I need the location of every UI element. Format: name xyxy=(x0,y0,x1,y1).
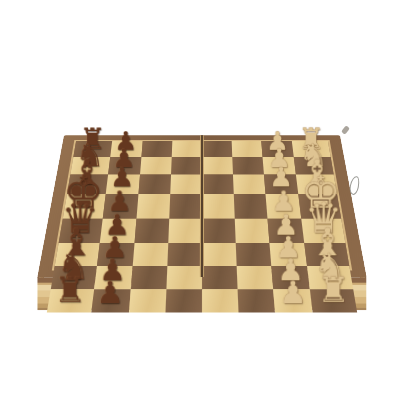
product-photo-scene: ♜♟♟♜♞♟♟♞♝♟♟♝♚♟♟♚♛♟♟♛♝♟♟♝♞♟♟♞♜♟♟♜ xyxy=(0,0,400,400)
square: ♟ xyxy=(111,141,143,157)
square: ♝ xyxy=(295,175,337,194)
square: ♛ xyxy=(59,219,104,243)
piece-light-bishop: ♝ xyxy=(310,224,344,262)
piece-dark-pawn: ♟ xyxy=(115,128,138,153)
square: ♟ xyxy=(92,289,131,312)
square xyxy=(232,157,264,175)
square xyxy=(170,175,202,194)
square: ♜ xyxy=(291,141,330,157)
square: ♟ xyxy=(272,266,310,289)
square xyxy=(202,219,236,243)
square xyxy=(129,289,167,312)
square: ♟ xyxy=(100,219,136,243)
square xyxy=(167,243,202,266)
square: ♞ xyxy=(293,157,333,175)
square xyxy=(141,141,172,157)
square xyxy=(238,289,276,312)
piece-dark-pawn: ♟ xyxy=(100,255,127,285)
square xyxy=(172,141,202,157)
square xyxy=(130,266,167,289)
square xyxy=(202,141,232,157)
square: ♟ xyxy=(270,243,307,266)
square: ♛ xyxy=(301,219,346,243)
square xyxy=(234,194,268,219)
square xyxy=(166,266,202,289)
square: ♚ xyxy=(298,194,341,219)
square xyxy=(202,175,234,194)
square xyxy=(202,289,239,312)
square: ♟ xyxy=(264,175,298,194)
square: ♟ xyxy=(97,243,134,266)
square: ♝ xyxy=(55,243,101,266)
square: ♜ xyxy=(309,289,357,312)
square xyxy=(202,266,238,289)
square: ♟ xyxy=(106,175,139,194)
square xyxy=(136,194,170,219)
square xyxy=(233,175,266,194)
board-stage: ♜♟♟♜♞♟♟♞♝♟♟♝♚♟♟♚♛♟♟♛♝♟♟♝♞♟♟♞♜♟♟♜ xyxy=(52,50,352,350)
square: ♚ xyxy=(63,194,106,219)
square xyxy=(171,157,202,175)
square: ♜ xyxy=(73,141,112,157)
folding-chess-box: ♜♟♟♜♞♟♟♞♝♟♟♝♚♟♟♚♛♟♟♛♝♟♟♝♞♟♟♞♜♟♟♜ xyxy=(37,135,366,277)
square: ♟ xyxy=(274,289,313,312)
square xyxy=(235,219,270,243)
square xyxy=(138,175,171,194)
square: ♟ xyxy=(262,141,294,157)
square xyxy=(140,157,172,175)
square: ♟ xyxy=(95,266,133,289)
square: ♟ xyxy=(266,194,301,219)
square xyxy=(236,243,272,266)
square xyxy=(202,157,233,175)
square: ♞ xyxy=(70,157,110,175)
piece-light-rook: ♜ xyxy=(298,124,324,153)
square: ♞ xyxy=(307,266,354,289)
piece-light-pawn: ♟ xyxy=(266,128,289,153)
square xyxy=(237,266,274,289)
piece-dark-bishop: ♝ xyxy=(60,224,94,262)
square xyxy=(232,141,263,157)
square xyxy=(202,243,237,266)
square: ♟ xyxy=(268,219,304,243)
square xyxy=(165,289,202,312)
square xyxy=(169,194,202,219)
piece-dark-knight: ♞ xyxy=(57,248,90,285)
square: ♞ xyxy=(51,266,98,289)
square xyxy=(168,219,202,243)
piece-light-knight: ♞ xyxy=(314,248,347,285)
square: ♝ xyxy=(67,175,109,194)
square xyxy=(132,243,168,266)
square: ♜ xyxy=(47,289,95,312)
square: ♟ xyxy=(103,194,138,219)
square: ♝ xyxy=(304,243,350,266)
piece-dark-rook: ♜ xyxy=(79,124,105,153)
square: ♟ xyxy=(263,157,296,175)
square xyxy=(202,194,235,219)
square: ♟ xyxy=(109,157,142,175)
square xyxy=(134,219,169,243)
piece-light-pawn: ♟ xyxy=(278,255,305,285)
